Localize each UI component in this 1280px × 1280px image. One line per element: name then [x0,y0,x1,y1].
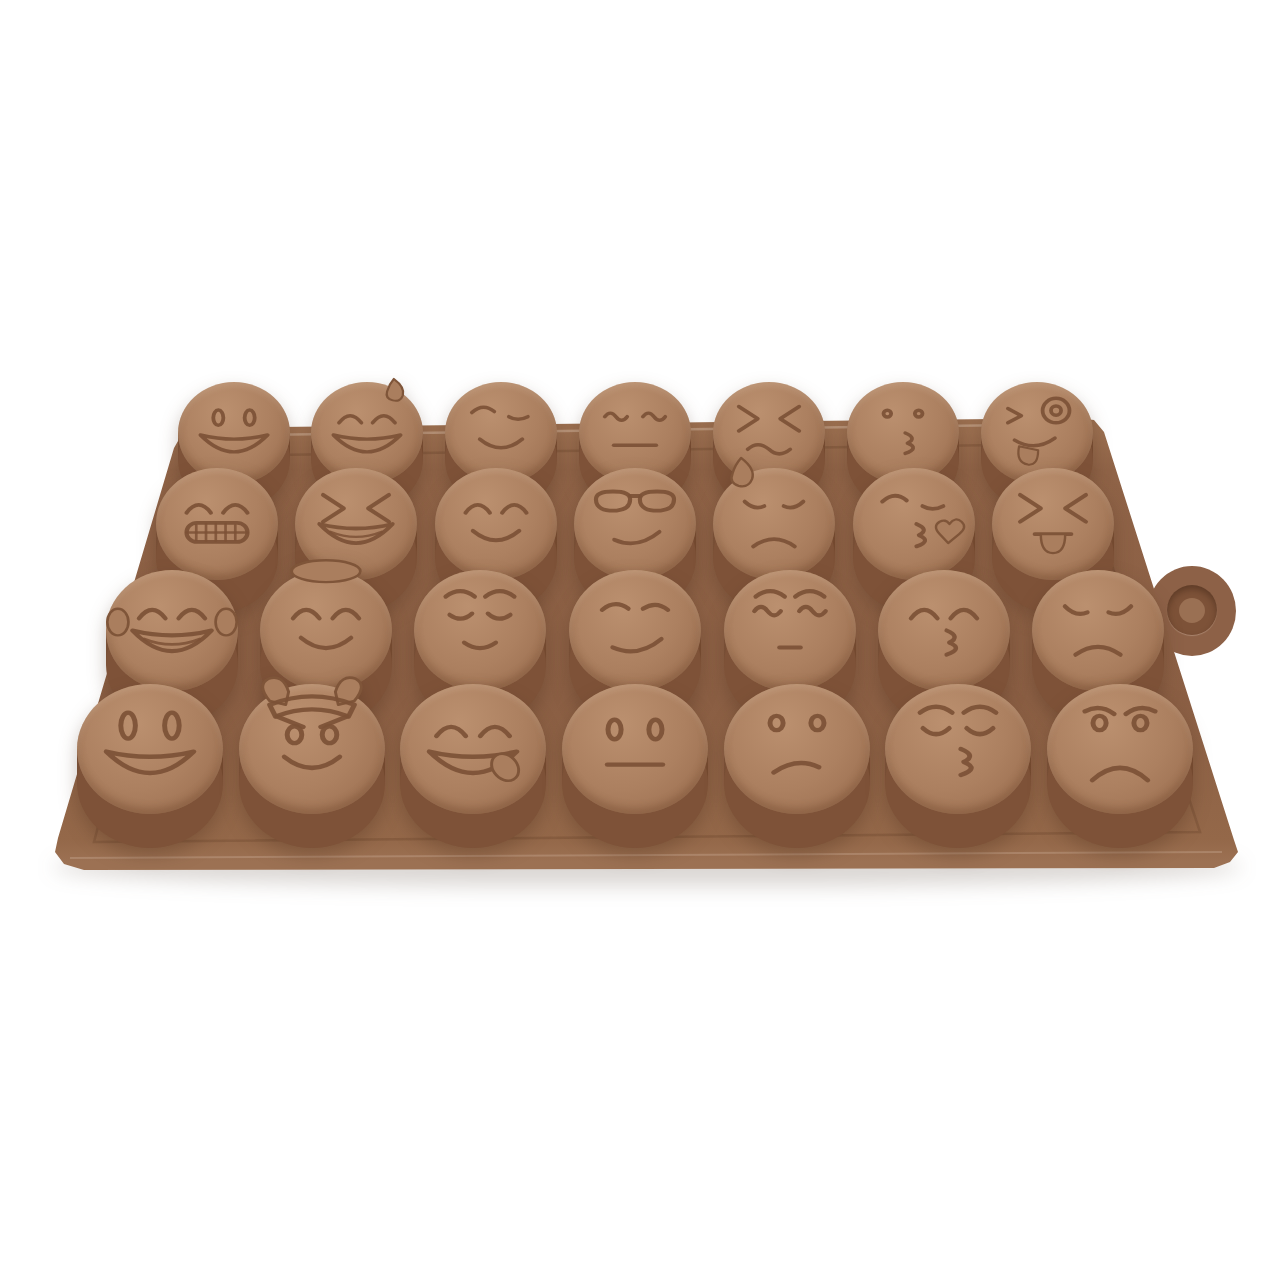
product-photo-scene [0,0,1280,1280]
disappointed-emoji-face-icon [1032,570,1164,691]
savoring-tongue-emoji-face-icon [400,684,546,814]
angel-halo-emoji-face-icon [260,570,392,691]
worried-emoji-face-icon [1047,684,1193,814]
grimacing-teeth-emoji-face-icon [156,468,278,580]
pensive-emoji-face-icon [724,570,856,691]
mold-cavity-savoring-tongue [400,684,546,848]
kiss-with-heart-emoji-face-icon [853,468,975,580]
mold-cavity-kissing-closed-eyes [885,684,1031,848]
kissing-smiling-eyes-emoji-face-icon [878,570,1010,691]
tears-of-joy-emoji-face-icon [106,570,238,691]
kissing-closed-eyes-emoji-face-icon [885,684,1031,814]
hanging-hole-center [1179,598,1205,623]
devil-horns-emoji-face-icon [239,684,385,814]
downcast-sweat-emoji-face-icon [713,468,835,580]
mold-cavity-confused [724,684,870,848]
mold-cavity-devil-horns [239,684,385,848]
cool-sunglasses-emoji-face-icon [574,468,696,580]
neutral-emoji-face-icon [562,684,708,814]
mold-cavity-big-smile [77,684,223,848]
relieved-emoji-face-icon [414,570,546,691]
mold-cavity-worried [1047,684,1193,848]
big-smile-emoji-face-icon [77,684,223,814]
squint-tongue-out-emoji-face-icon [992,468,1114,580]
mold-cavity-neutral [562,684,708,848]
smirking-emoji-face-icon [569,570,701,691]
confused-emoji-face-icon [724,684,870,814]
smiling-emoji-face-icon [435,468,557,580]
